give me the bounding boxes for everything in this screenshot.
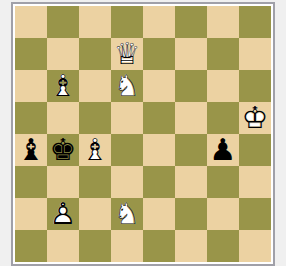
square-d1[interactable]: [111, 230, 143, 262]
square-e2[interactable]: [143, 198, 175, 230]
square-a6[interactable]: [15, 70, 47, 102]
square-f8[interactable]: [175, 6, 207, 38]
square-c6[interactable]: [79, 70, 111, 102]
square-e6[interactable]: [143, 70, 175, 102]
square-g8[interactable]: [207, 6, 239, 38]
square-g1[interactable]: [207, 230, 239, 262]
square-g2[interactable]: [207, 198, 239, 230]
square-c3[interactable]: [79, 166, 111, 198]
square-h1[interactable]: [239, 230, 271, 262]
piece-glyph-outline: ♕: [111, 38, 143, 70]
square-a4[interactable]: ♝: [15, 134, 47, 166]
piece-white-bishop[interactable]: ♝♗: [79, 134, 111, 166]
square-c7[interactable]: [79, 38, 111, 70]
square-f6[interactable]: [175, 70, 207, 102]
square-h7[interactable]: [239, 38, 271, 70]
square-d7[interactable]: ♛♕: [111, 38, 143, 70]
square-g5[interactable]: [207, 102, 239, 134]
square-b7[interactable]: [47, 38, 79, 70]
square-d4[interactable]: [111, 134, 143, 166]
square-g6[interactable]: [207, 70, 239, 102]
square-f3[interactable]: [175, 166, 207, 198]
piece-glyph-fill: ♝: [15, 134, 47, 166]
square-d2[interactable]: ♞♘: [111, 198, 143, 230]
square-b1[interactable]: [47, 230, 79, 262]
square-b3[interactable]: [47, 166, 79, 198]
square-b4[interactable]: ♚: [47, 134, 79, 166]
square-h3[interactable]: [239, 166, 271, 198]
square-e3[interactable]: [143, 166, 175, 198]
square-d3[interactable]: [111, 166, 143, 198]
square-e1[interactable]: [143, 230, 175, 262]
square-b2[interactable]: ♟♙: [47, 198, 79, 230]
square-c2[interactable]: [79, 198, 111, 230]
piece-white-knight[interactable]: ♞♘: [111, 198, 143, 230]
square-h8[interactable]: [239, 6, 271, 38]
square-h5[interactable]: ♚♔: [239, 102, 271, 134]
square-d8[interactable]: [111, 6, 143, 38]
piece-glyph-outline: ♔: [239, 102, 271, 134]
square-e4[interactable]: [143, 134, 175, 166]
square-g4[interactable]: ♟: [207, 134, 239, 166]
chess-board-frame: ♛♕♝♗♞♘♚♔♝♚♝♗♟♟♙♞♘: [11, 2, 275, 266]
square-a2[interactable]: [15, 198, 47, 230]
square-b5[interactable]: [47, 102, 79, 134]
chess-board: ♛♕♝♗♞♘♚♔♝♚♝♗♟♟♙♞♘: [15, 6, 271, 262]
square-g3[interactable]: [207, 166, 239, 198]
square-a1[interactable]: [15, 230, 47, 262]
piece-glyph-fill: ♟: [207, 134, 239, 166]
square-b8[interactable]: [47, 6, 79, 38]
piece-glyph-outline: ♘: [111, 70, 143, 102]
square-c5[interactable]: [79, 102, 111, 134]
piece-black-king[interactable]: ♚: [47, 134, 79, 166]
square-a5[interactable]: [15, 102, 47, 134]
square-e5[interactable]: [143, 102, 175, 134]
square-b6[interactable]: ♝♗: [47, 70, 79, 102]
square-c4[interactable]: ♝♗: [79, 134, 111, 166]
square-g7[interactable]: [207, 38, 239, 70]
square-a3[interactable]: [15, 166, 47, 198]
square-c8[interactable]: [79, 6, 111, 38]
piece-white-pawn[interactable]: ♟♙: [47, 198, 79, 230]
square-e7[interactable]: [143, 38, 175, 70]
piece-white-queen[interactable]: ♛♕: [111, 38, 143, 70]
square-f7[interactable]: [175, 38, 207, 70]
square-h4[interactable]: [239, 134, 271, 166]
square-c1[interactable]: [79, 230, 111, 262]
square-f1[interactable]: [175, 230, 207, 262]
piece-white-bishop[interactable]: ♝♗: [47, 70, 79, 102]
piece-black-bishop[interactable]: ♝: [15, 134, 47, 166]
piece-glyph-outline: ♙: [47, 198, 79, 230]
piece-black-pawn[interactable]: ♟: [207, 134, 239, 166]
piece-glyph-outline: ♗: [47, 70, 79, 102]
piece-glyph-fill: ♚: [47, 134, 79, 166]
piece-glyph-outline: ♗: [79, 134, 111, 166]
square-e8[interactable]: [143, 6, 175, 38]
square-a8[interactable]: [15, 6, 47, 38]
square-d6[interactable]: ♞♘: [111, 70, 143, 102]
square-d5[interactable]: [111, 102, 143, 134]
square-h2[interactable]: [239, 198, 271, 230]
square-h6[interactable]: [239, 70, 271, 102]
piece-white-king[interactable]: ♚♔: [239, 102, 271, 134]
square-f5[interactable]: [175, 102, 207, 134]
square-a7[interactable]: [15, 38, 47, 70]
square-f2[interactable]: [175, 198, 207, 230]
piece-white-knight[interactable]: ♞♘: [111, 70, 143, 102]
piece-glyph-outline: ♘: [111, 198, 143, 230]
square-f4[interactable]: [175, 134, 207, 166]
